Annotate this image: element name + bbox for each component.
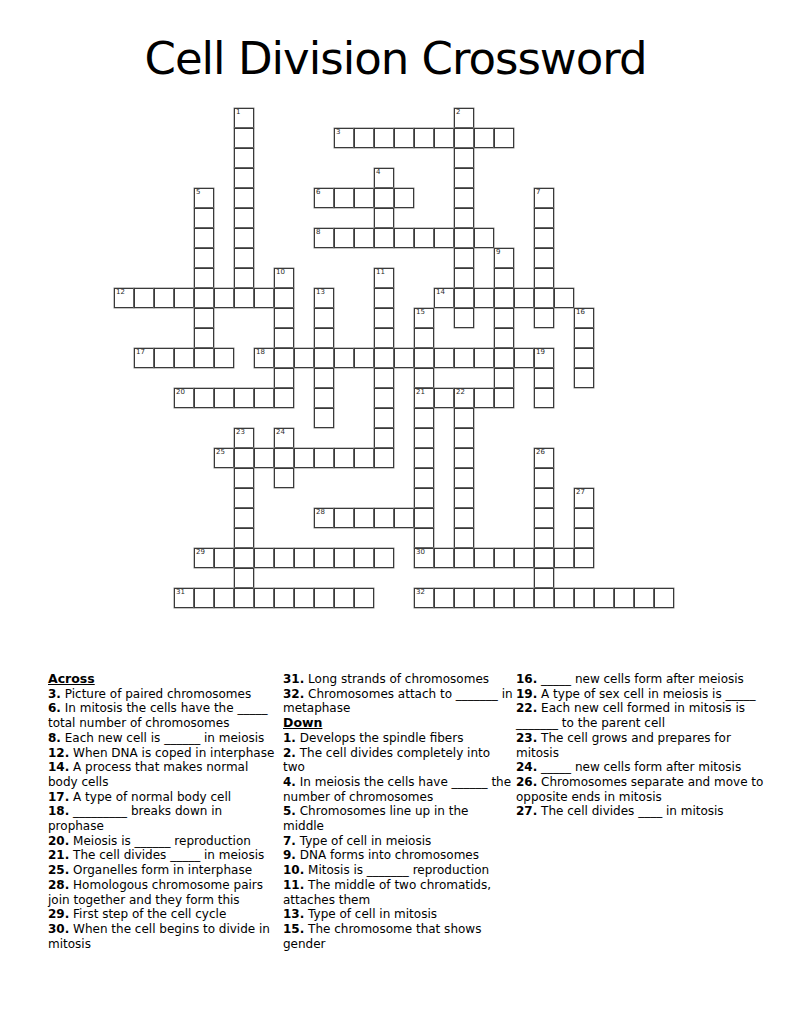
- grid-cell[interactable]: 3: [334, 128, 354, 148]
- grid-cell[interactable]: [234, 548, 254, 568]
- grid-void: [174, 168, 194, 188]
- grid-cell[interactable]: [574, 348, 594, 368]
- grid-void: [154, 568, 174, 588]
- grid-cell[interactable]: 4: [374, 168, 394, 188]
- grid-cell[interactable]: [454, 448, 474, 468]
- grid-void: [274, 228, 294, 248]
- grid-void: [214, 268, 234, 288]
- grid-cell[interactable]: 15: [414, 308, 434, 328]
- grid-cell[interactable]: [394, 188, 414, 208]
- grid-void: [194, 448, 214, 468]
- grid-cell[interactable]: [334, 448, 354, 468]
- grid-cell[interactable]: [234, 508, 254, 528]
- grid-void: [474, 148, 494, 168]
- grid-void: [614, 268, 634, 288]
- grid-cell[interactable]: [274, 308, 294, 328]
- grid-cell[interactable]: [334, 588, 354, 608]
- grid-cell[interactable]: [374, 128, 394, 148]
- grid-cell[interactable]: [534, 368, 554, 388]
- grid-cell[interactable]: [434, 128, 454, 148]
- grid-cell[interactable]: 24: [274, 428, 294, 448]
- grid-void: [234, 308, 254, 328]
- grid-void: [174, 508, 194, 528]
- grid-cell[interactable]: 18: [254, 348, 274, 368]
- grid-void: [434, 328, 454, 348]
- grid-cell[interactable]: 7: [534, 188, 554, 208]
- grid-cell[interactable]: [194, 248, 214, 268]
- grid-cell[interactable]: [594, 588, 614, 608]
- grid-cell[interactable]: [234, 148, 254, 168]
- grid-void: [634, 348, 654, 368]
- grid-void: [594, 148, 614, 168]
- grid-cell[interactable]: [234, 488, 254, 508]
- grid-cell[interactable]: [474, 388, 494, 408]
- grid-cell[interactable]: 5: [194, 188, 214, 208]
- grid-cell[interactable]: [394, 508, 414, 528]
- grid-cell[interactable]: [334, 508, 354, 528]
- grid-cell[interactable]: [234, 188, 254, 208]
- grid-cell[interactable]: [374, 508, 394, 528]
- grid-void: [414, 188, 434, 208]
- grid-cell[interactable]: 23: [234, 428, 254, 448]
- grid-cell[interactable]: [294, 448, 314, 468]
- grid-cell[interactable]: 19: [534, 348, 554, 368]
- grid-cell[interactable]: [234, 388, 254, 408]
- grid-cell[interactable]: [274, 468, 294, 488]
- grid-void: [634, 488, 654, 508]
- grid-void: [194, 528, 214, 548]
- grid-void: [194, 368, 214, 388]
- grid-void: [514, 408, 534, 428]
- grid-cell[interactable]: [494, 548, 514, 568]
- grid-cell[interactable]: [274, 448, 294, 468]
- grid-cell[interactable]: [154, 288, 174, 308]
- grid-cell[interactable]: [434, 388, 454, 408]
- grid-void: [574, 188, 594, 208]
- grid-cell[interactable]: [374, 288, 394, 308]
- grid-void: [394, 328, 414, 348]
- grid-void: [474, 528, 494, 548]
- grid-cell[interactable]: [234, 288, 254, 308]
- grid-cell[interactable]: [394, 128, 414, 148]
- grid-void: [454, 368, 474, 388]
- grid-cell[interactable]: [634, 588, 654, 608]
- grid-cell[interactable]: [314, 448, 334, 468]
- grid-void: [154, 128, 174, 148]
- grid-cell[interactable]: [294, 548, 314, 568]
- grid-cell[interactable]: [194, 308, 214, 328]
- grid-cell[interactable]: [414, 428, 434, 448]
- grid-cell[interactable]: [534, 568, 554, 588]
- grid-cell[interactable]: [534, 468, 554, 488]
- grid-cell[interactable]: [554, 288, 574, 308]
- grid-cell[interactable]: 30: [414, 548, 434, 568]
- grid-cell[interactable]: [374, 548, 394, 568]
- grid-cell[interactable]: 16: [574, 308, 594, 328]
- grid-void: [134, 328, 154, 348]
- grid-cell[interactable]: [414, 468, 434, 488]
- grid-void: [174, 488, 194, 508]
- grid-cell[interactable]: [474, 348, 494, 368]
- grid-cell[interactable]: [534, 288, 554, 308]
- grid-void: [634, 368, 654, 388]
- grid-cell[interactable]: [574, 328, 594, 348]
- grid-cell[interactable]: [434, 348, 454, 368]
- grid-cell[interactable]: [534, 268, 554, 288]
- grid-cell[interactable]: [454, 228, 474, 248]
- grid-cell[interactable]: [374, 188, 394, 208]
- grid-cell[interactable]: [194, 328, 214, 348]
- grid-cell[interactable]: [434, 588, 454, 608]
- grid-cell[interactable]: [454, 488, 474, 508]
- grid-void: [474, 468, 494, 488]
- grid-cell[interactable]: [454, 288, 474, 308]
- grid-cell[interactable]: 29: [194, 548, 214, 568]
- grid-cell[interactable]: [294, 348, 314, 368]
- grid-cell[interactable]: [474, 228, 494, 248]
- grid-cell[interactable]: [454, 508, 474, 528]
- grid-cell[interactable]: [574, 368, 594, 388]
- grid-cell[interactable]: [234, 228, 254, 248]
- grid-cell[interactable]: [654, 588, 674, 608]
- grid-void: [134, 228, 154, 248]
- grid-cell[interactable]: [374, 368, 394, 388]
- grid-void: [354, 408, 374, 428]
- grid-cell[interactable]: 14: [434, 288, 454, 308]
- grid-cell[interactable]: [374, 228, 394, 248]
- grid-cell[interactable]: [314, 408, 334, 428]
- grid-cell[interactable]: [574, 548, 594, 568]
- grid-cell[interactable]: [414, 488, 434, 508]
- clue-item: 17. A type of normal body cell: [48, 790, 278, 805]
- grid-void: [494, 208, 514, 228]
- grid-void: [514, 268, 534, 288]
- grid-cell[interactable]: [514, 548, 534, 568]
- grid-cell[interactable]: [454, 268, 474, 288]
- grid-cell[interactable]: [354, 448, 374, 468]
- grid-cell[interactable]: [234, 588, 254, 608]
- grid-cell[interactable]: [494, 368, 514, 388]
- grid-void: [634, 328, 654, 348]
- grid-void: [554, 168, 574, 188]
- grid-cell[interactable]: [514, 588, 534, 608]
- grid-cell[interactable]: [494, 388, 514, 408]
- grid-cell[interactable]: [354, 188, 374, 208]
- grid-void: [294, 228, 314, 248]
- grid-cell[interactable]: 11: [374, 268, 394, 288]
- grid-cell[interactable]: [534, 308, 554, 328]
- grid-cell[interactable]: [234, 448, 254, 468]
- grid-cell[interactable]: [454, 168, 474, 188]
- grid-cell[interactable]: [314, 588, 334, 608]
- grid-cell[interactable]: 21: [414, 388, 434, 408]
- grid-cell[interactable]: [354, 548, 374, 568]
- grid-cell[interactable]: [214, 348, 234, 368]
- grid-void: [334, 248, 354, 268]
- clue-number: 28: [316, 508, 325, 516]
- grid-cell[interactable]: [274, 548, 294, 568]
- grid-cell[interactable]: [454, 128, 474, 148]
- grid-cell[interactable]: [274, 348, 294, 368]
- grid-cell[interactable]: [494, 348, 514, 368]
- grid-cell[interactable]: [534, 508, 554, 528]
- grid-cell[interactable]: [454, 308, 474, 328]
- grid-cell[interactable]: [234, 248, 254, 268]
- grid-cell[interactable]: [234, 568, 254, 588]
- grid-cell[interactable]: [234, 528, 254, 548]
- grid-cell[interactable]: [374, 408, 394, 428]
- grid-cell[interactable]: [274, 588, 294, 608]
- grid-cell[interactable]: [534, 588, 554, 608]
- grid-void: [554, 388, 574, 408]
- clue-item-number: 6.: [48, 701, 61, 715]
- grid-cell[interactable]: [214, 548, 234, 568]
- grid-cell[interactable]: [414, 348, 434, 368]
- grid-cell[interactable]: 9: [494, 248, 514, 268]
- grid-cell[interactable]: 32: [414, 588, 434, 608]
- grid-cell[interactable]: 25: [214, 448, 234, 468]
- grid-void: [654, 308, 674, 328]
- grid-cell[interactable]: [574, 588, 594, 608]
- grid-cell[interactable]: [434, 548, 454, 568]
- grid-cell[interactable]: [414, 448, 434, 468]
- grid-cell[interactable]: [354, 348, 374, 368]
- grid-void: [434, 468, 454, 488]
- grid-cell[interactable]: [314, 348, 334, 368]
- clue-item-number: 12.: [48, 746, 69, 760]
- clue-item: 12. When DNA is coped in interphase: [48, 746, 278, 761]
- clue-item-number: 29.: [48, 907, 69, 921]
- grid-cell[interactable]: 8: [314, 228, 334, 248]
- grid-void: [174, 428, 194, 448]
- grid-cell[interactable]: [374, 388, 394, 408]
- grid-cell[interactable]: [494, 588, 514, 608]
- grid-cell[interactable]: [534, 208, 554, 228]
- grid-void: [314, 208, 334, 228]
- grid-void: [634, 228, 654, 248]
- grid-cell[interactable]: [474, 548, 494, 568]
- grid-void: [554, 428, 574, 448]
- grid-cell[interactable]: 10: [274, 268, 294, 288]
- grid-cell[interactable]: [574, 528, 594, 548]
- grid-cell[interactable]: 28: [314, 508, 334, 528]
- grid-cell[interactable]: 12: [114, 288, 134, 308]
- grid-cell[interactable]: [614, 588, 634, 608]
- grid-cell[interactable]: [374, 328, 394, 348]
- grid-void: [594, 308, 614, 328]
- grid-cell[interactable]: 6: [314, 188, 334, 208]
- grid-cell[interactable]: [414, 128, 434, 148]
- grid-cell[interactable]: [414, 228, 434, 248]
- grid-cell[interactable]: [454, 428, 474, 448]
- grid-cell[interactable]: [454, 408, 474, 428]
- grid-cell[interactable]: [494, 128, 514, 148]
- grid-void: [514, 568, 534, 588]
- grid-cell[interactable]: 20: [174, 388, 194, 408]
- grid-cell[interactable]: [374, 348, 394, 368]
- grid-void: [554, 528, 574, 548]
- grid-cell[interactable]: [394, 228, 414, 248]
- grid-cell[interactable]: [414, 408, 434, 428]
- grid-cell[interactable]: [334, 228, 354, 248]
- grid-cell[interactable]: [234, 168, 254, 188]
- grid-cell[interactable]: [414, 508, 434, 528]
- grid-void: [114, 268, 134, 288]
- grid-cell[interactable]: [454, 468, 474, 488]
- grid-cell[interactable]: [414, 368, 434, 388]
- grid-cell[interactable]: [314, 308, 334, 328]
- grid-cell[interactable]: [454, 208, 474, 228]
- grid-cell[interactable]: [274, 388, 294, 408]
- grid-cell[interactable]: [514, 348, 534, 368]
- grid-cell[interactable]: [374, 448, 394, 468]
- grid-cell[interactable]: [154, 348, 174, 368]
- grid-void: [314, 468, 334, 488]
- grid-cell[interactable]: [174, 348, 194, 368]
- grid-void: [354, 148, 374, 168]
- grid-cell[interactable]: [354, 228, 374, 248]
- grid-void: [174, 248, 194, 268]
- grid-cell[interactable]: [194, 388, 214, 408]
- grid-cell[interactable]: [214, 588, 234, 608]
- grid-cell[interactable]: [454, 348, 474, 368]
- grid-cell[interactable]: [474, 288, 494, 308]
- grid-cell[interactable]: [194, 268, 214, 288]
- grid-cell[interactable]: [314, 328, 334, 348]
- grid-cell[interactable]: [334, 188, 354, 208]
- grid-cell[interactable]: [354, 128, 374, 148]
- grid-cell[interactable]: [254, 388, 274, 408]
- grid-cell[interactable]: [434, 228, 454, 248]
- grid-cell[interactable]: [534, 528, 554, 548]
- clue-item-number: 32.: [283, 687, 304, 701]
- grid-cell[interactable]: [194, 348, 214, 368]
- grid-void: [374, 108, 394, 128]
- grid-void: [594, 228, 614, 248]
- grid-cell[interactable]: 27: [574, 488, 594, 508]
- grid-cell[interactable]: [454, 148, 474, 168]
- grid-void: [394, 268, 414, 288]
- grid-cell[interactable]: [534, 488, 554, 508]
- grid-cell[interactable]: [234, 268, 254, 288]
- grid-cell[interactable]: 17: [134, 348, 154, 368]
- grid-cell[interactable]: [574, 508, 594, 528]
- grid-void: [594, 248, 614, 268]
- grid-void: [654, 328, 674, 348]
- grid-cell[interactable]: [234, 128, 254, 148]
- grid-cell[interactable]: [194, 208, 214, 228]
- grid-cell[interactable]: [494, 328, 514, 348]
- grid-cell[interactable]: 13: [314, 288, 334, 308]
- grid-cell[interactable]: [494, 308, 514, 328]
- grid-cell[interactable]: [514, 288, 534, 308]
- grid-cell[interactable]: [314, 368, 334, 388]
- grid-cell[interactable]: [294, 588, 314, 608]
- grid-cell[interactable]: [454, 548, 474, 568]
- grid-cell[interactable]: [254, 588, 274, 608]
- grid-cell[interactable]: 26: [534, 448, 554, 468]
- grid-cell[interactable]: [274, 288, 294, 308]
- grid-cell[interactable]: [454, 528, 474, 548]
- grid-void: [614, 448, 634, 468]
- grid-cell[interactable]: [254, 448, 274, 468]
- grid-cell[interactable]: [374, 308, 394, 328]
- grid-cell[interactable]: [214, 288, 234, 308]
- grid-cell[interactable]: [214, 388, 234, 408]
- grid-cell[interactable]: [554, 548, 574, 568]
- grid-cell[interactable]: [234, 468, 254, 488]
- grid-cell[interactable]: [534, 388, 554, 408]
- grid-cell[interactable]: [454, 588, 474, 608]
- clue-number: 17: [136, 348, 145, 356]
- grid-cell[interactable]: [374, 208, 394, 228]
- clue-item: 14. A process that makes normal body cel…: [48, 760, 278, 789]
- grid-cell[interactable]: [134, 288, 154, 308]
- grid-cell[interactable]: [554, 588, 574, 608]
- grid-void: [434, 428, 454, 448]
- grid-cell[interactable]: [494, 288, 514, 308]
- grid-void: [434, 248, 454, 268]
- grid-cell[interactable]: [354, 508, 374, 528]
- grid-cell[interactable]: [254, 548, 274, 568]
- grid-cell[interactable]: [374, 428, 394, 448]
- grid-void: [654, 528, 674, 548]
- grid-cell[interactable]: [274, 368, 294, 388]
- grid-cell[interactable]: [354, 588, 374, 608]
- grid-cell[interactable]: 22: [454, 388, 474, 408]
- grid-void: [574, 108, 594, 128]
- grid-void: [634, 108, 654, 128]
- grid-void: [594, 288, 614, 308]
- grid-void: [534, 408, 554, 428]
- grid-cell[interactable]: [254, 288, 274, 308]
- grid-cell[interactable]: [414, 528, 434, 548]
- grid-cell[interactable]: [474, 128, 494, 148]
- grid-cell[interactable]: [174, 288, 194, 308]
- clue-item-number: 4.: [283, 775, 296, 789]
- grid-cell[interactable]: [534, 548, 554, 568]
- grid-cell[interactable]: [394, 348, 414, 368]
- grid-cell[interactable]: [474, 588, 494, 608]
- grid-cell[interactable]: [194, 228, 214, 248]
- grid-cell[interactable]: [314, 548, 334, 568]
- grid-void: [134, 368, 154, 388]
- grid-cell[interactable]: [494, 268, 514, 288]
- grid-cell[interactable]: 2: [454, 108, 474, 128]
- grid-void: [594, 188, 614, 208]
- clue-item: 20. Meiosis is ______ reproduction: [48, 834, 278, 849]
- grid-cell[interactable]: [234, 208, 254, 228]
- grid-void: [434, 188, 454, 208]
- grid-cell[interactable]: 1: [234, 108, 254, 128]
- grid-cell[interactable]: [534, 228, 554, 248]
- grid-cell[interactable]: [334, 548, 354, 568]
- grid-cell[interactable]: [454, 188, 474, 208]
- grid-cell[interactable]: [194, 588, 214, 608]
- clue-item: 22. Each new cell formed in mitosis is _…: [516, 701, 768, 730]
- grid-cell[interactable]: [194, 288, 214, 308]
- grid-cell[interactable]: [334, 348, 354, 368]
- grid-cell[interactable]: [274, 328, 294, 348]
- grid-cell[interactable]: [314, 388, 334, 408]
- grid-cell[interactable]: [454, 248, 474, 268]
- grid-cell[interactable]: [534, 248, 554, 268]
- grid-cell[interactable]: [414, 328, 434, 348]
- grid-void: [574, 408, 594, 428]
- grid-void: [614, 488, 634, 508]
- grid-void: [654, 148, 674, 168]
- grid-cell[interactable]: 31: [174, 588, 194, 608]
